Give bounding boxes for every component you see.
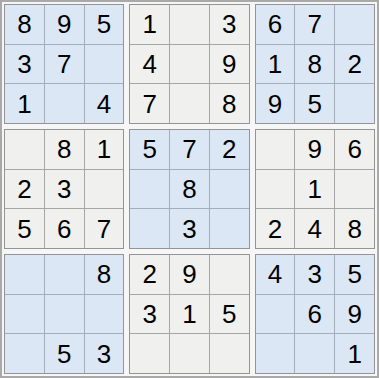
box-r1c2: 134978 xyxy=(129,4,249,124)
cell-r7c1[interactable] xyxy=(5,255,44,294)
cell-r6c7[interactable]: 2 xyxy=(256,209,295,248)
cell-r3c1[interactable]: 1 xyxy=(5,84,44,123)
box-r2c3: 961248 xyxy=(255,129,375,249)
cell-r4c3[interactable]: 1 xyxy=(85,130,124,169)
cell-r3c2[interactable] xyxy=(45,84,84,123)
cell-r9c8[interactable] xyxy=(295,334,334,373)
cell-r2c2[interactable]: 7 xyxy=(45,45,84,84)
cell-r6c4[interactable] xyxy=(130,209,169,248)
cell-r4c7[interactable] xyxy=(256,130,295,169)
cell-r9c9[interactable]: 1 xyxy=(335,334,374,373)
cell-r1c5[interactable] xyxy=(170,5,209,44)
cell-r5c3[interactable] xyxy=(85,170,124,209)
box-r3c3: 435691 xyxy=(255,254,375,374)
cell-r7c5[interactable]: 9 xyxy=(170,255,209,294)
cell-r5c2[interactable]: 3 xyxy=(45,170,84,209)
cell-r9c6[interactable] xyxy=(210,334,249,373)
cell-r9c7[interactable] xyxy=(256,334,295,373)
box-r3c1: 853 xyxy=(4,254,124,374)
cell-r7c8[interactable]: 3 xyxy=(295,255,334,294)
cell-r6c9[interactable]: 8 xyxy=(335,209,374,248)
cell-r9c3[interactable]: 3 xyxy=(85,334,124,373)
cell-r2c9[interactable]: 2 xyxy=(335,45,374,84)
cell-r7c7[interactable]: 4 xyxy=(256,255,295,294)
box-r2c2: 57283 xyxy=(129,129,249,249)
cell-r5c5[interactable]: 8 xyxy=(170,170,209,209)
box-r3c2: 29315 xyxy=(129,254,249,374)
cell-r4c9[interactable]: 6 xyxy=(335,130,374,169)
cell-r4c8[interactable]: 9 xyxy=(295,130,334,169)
cell-r9c1[interactable] xyxy=(5,334,44,373)
cell-r2c7[interactable]: 1 xyxy=(256,45,295,84)
cell-r3c7[interactable]: 9 xyxy=(256,84,295,123)
cell-r1c6[interactable]: 3 xyxy=(210,5,249,44)
cell-r7c3[interactable]: 8 xyxy=(85,255,124,294)
cell-r3c8[interactable]: 5 xyxy=(295,84,334,123)
cell-r7c6[interactable] xyxy=(210,255,249,294)
cell-r3c3[interactable]: 4 xyxy=(85,84,124,123)
box-r1c1: 8953714 xyxy=(4,4,124,124)
cell-r2c1[interactable]: 3 xyxy=(5,45,44,84)
cell-r8c6[interactable]: 5 xyxy=(210,295,249,334)
cell-r9c2[interactable]: 5 xyxy=(45,334,84,373)
cell-r4c4[interactable]: 5 xyxy=(130,130,169,169)
cell-r1c1[interactable]: 8 xyxy=(5,5,44,44)
cell-r7c9[interactable]: 5 xyxy=(335,255,374,294)
cell-r6c8[interactable]: 4 xyxy=(295,209,334,248)
cell-r1c7[interactable]: 6 xyxy=(256,5,295,44)
cell-r7c4[interactable]: 2 xyxy=(130,255,169,294)
cell-r4c5[interactable]: 7 xyxy=(170,130,209,169)
cell-r4c2[interactable]: 8 xyxy=(45,130,84,169)
cell-r6c3[interactable]: 7 xyxy=(85,209,124,248)
cell-r8c3[interactable] xyxy=(85,295,124,334)
cell-r1c8[interactable]: 7 xyxy=(295,5,334,44)
cell-r8c5[interactable]: 1 xyxy=(170,295,209,334)
cell-r8c1[interactable] xyxy=(5,295,44,334)
cell-r1c4[interactable]: 1 xyxy=(130,5,169,44)
cell-r9c5[interactable] xyxy=(170,334,209,373)
cell-r8c2[interactable] xyxy=(45,295,84,334)
cell-r1c2[interactable]: 9 xyxy=(45,5,84,44)
box-r1c3: 6718295 xyxy=(255,4,375,124)
sudoku-board: 8953714134978671829581235675728396124885… xyxy=(0,0,379,378)
cell-r8c7[interactable] xyxy=(256,295,295,334)
cell-r6c2[interactable]: 6 xyxy=(45,209,84,248)
box-r2c1: 8123567 xyxy=(4,129,124,249)
cell-r1c9[interactable] xyxy=(335,5,374,44)
cell-r1c3[interactable]: 5 xyxy=(85,5,124,44)
cell-r5c4[interactable] xyxy=(130,170,169,209)
cell-r3c5[interactable] xyxy=(170,84,209,123)
cell-r4c1[interactable] xyxy=(5,130,44,169)
cell-r3c6[interactable]: 8 xyxy=(210,84,249,123)
cell-r3c4[interactable]: 7 xyxy=(130,84,169,123)
cell-r2c4[interactable]: 4 xyxy=(130,45,169,84)
cell-r9c4[interactable] xyxy=(130,334,169,373)
cell-r2c8[interactable]: 8 xyxy=(295,45,334,84)
cell-r6c1[interactable]: 5 xyxy=(5,209,44,248)
cell-r8c9[interactable]: 9 xyxy=(335,295,374,334)
cell-r8c4[interactable]: 3 xyxy=(130,295,169,334)
cell-r4c6[interactable]: 2 xyxy=(210,130,249,169)
cell-r6c6[interactable] xyxy=(210,209,249,248)
cell-r5c1[interactable]: 2 xyxy=(5,170,44,209)
cell-r2c3[interactable] xyxy=(85,45,124,84)
cell-r5c7[interactable] xyxy=(256,170,295,209)
cell-r6c5[interactable]: 3 xyxy=(170,209,209,248)
cell-r3c9[interactable] xyxy=(335,84,374,123)
cell-r8c8[interactable]: 6 xyxy=(295,295,334,334)
cell-r5c9[interactable] xyxy=(335,170,374,209)
cell-r2c5[interactable] xyxy=(170,45,209,84)
cell-r2c6[interactable]: 9 xyxy=(210,45,249,84)
cell-r7c2[interactable] xyxy=(45,255,84,294)
cell-r5c8[interactable]: 1 xyxy=(295,170,334,209)
cell-r5c6[interactable] xyxy=(210,170,249,209)
